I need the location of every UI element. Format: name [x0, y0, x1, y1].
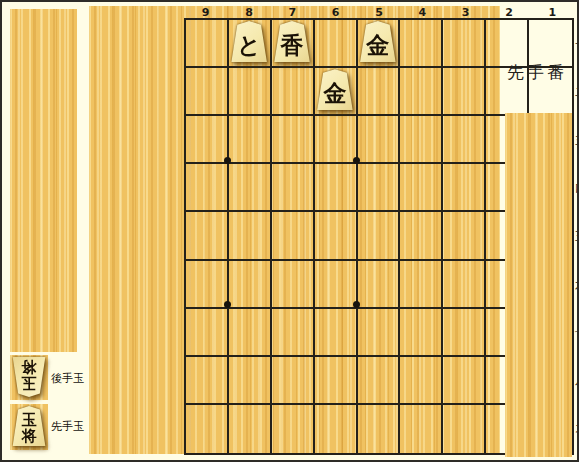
- board-cell[interactable]: [229, 357, 272, 405]
- shogi-board-editor: 987654321 一二三四五六七八九 と香金金 先手番 玉将 後手玉 玉将 先…: [0, 0, 579, 462]
- board-cell[interactable]: [443, 20, 486, 68]
- board-cell[interactable]: [229, 116, 272, 164]
- board-cell[interactable]: [272, 68, 315, 116]
- rank-label: 七: [574, 309, 579, 357]
- board-cell[interactable]: [443, 116, 486, 164]
- board-cell[interactable]: [443, 261, 486, 309]
- board-cell[interactable]: [186, 405, 229, 453]
- board-cell[interactable]: [443, 357, 486, 405]
- board-cell[interactable]: [186, 68, 229, 116]
- board-cell[interactable]: [358, 68, 401, 116]
- board-cell[interactable]: [229, 309, 272, 357]
- board-cell[interactable]: [272, 357, 315, 405]
- rank-label: 六: [574, 261, 579, 309]
- board-cell[interactable]: [315, 357, 358, 405]
- rank-label: 五: [574, 212, 579, 260]
- board-cell[interactable]: [272, 261, 315, 309]
- board-cell[interactable]: [400, 20, 443, 68]
- board-cell[interactable]: [443, 68, 486, 116]
- hoshi-dot: [224, 157, 231, 164]
- board-cell[interactable]: [229, 261, 272, 309]
- board-cell[interactable]: [443, 164, 486, 212]
- board-cell[interactable]: [400, 116, 443, 164]
- board-cell[interactable]: [400, 68, 443, 116]
- shogi-piece-gold[interactable]: 金: [316, 69, 353, 110]
- rank-labels: 一二三四五六七八九: [574, 20, 579, 453]
- board-cell[interactable]: [315, 116, 358, 164]
- board-cell[interactable]: [358, 164, 401, 212]
- board-cell[interactable]: [358, 309, 401, 357]
- board-cell[interactable]: [400, 405, 443, 453]
- board-cell[interactable]: [272, 309, 315, 357]
- board-cell[interactable]: [229, 164, 272, 212]
- gote-piece-stand: [10, 9, 77, 352]
- sente-piece-stand: [505, 113, 572, 457]
- gote-king-tray-label: 後手玉: [51, 372, 91, 385]
- rank-label: 九: [574, 405, 579, 453]
- sente-king-tray-label: 先手玉: [51, 420, 91, 433]
- board-cell[interactable]: [186, 212, 229, 260]
- board-cell[interactable]: [315, 309, 358, 357]
- board-cell[interactable]: [358, 212, 401, 260]
- shogi-piece-tokin[interactable]: と: [231, 21, 268, 62]
- board-cell[interactable]: [272, 405, 315, 453]
- shogi-piece-gote-king[interactable]: 玉将: [12, 357, 46, 397]
- board-cell[interactable]: [315, 261, 358, 309]
- board-cell[interactable]: [443, 405, 486, 453]
- board-cell[interactable]: [229, 212, 272, 260]
- board-cell[interactable]: [400, 212, 443, 260]
- board-cell[interactable]: [186, 261, 229, 309]
- board-cell[interactable]: [272, 164, 315, 212]
- board-cell[interactable]: [358, 116, 401, 164]
- rank-label: 三: [574, 116, 579, 164]
- board-cell[interactable]: [358, 357, 401, 405]
- rank-label: 一: [574, 20, 579, 68]
- rank-label: 八: [574, 357, 579, 405]
- shogi-piece-lance[interactable]: 香: [274, 21, 311, 62]
- board-cell[interactable]: [400, 309, 443, 357]
- gote-king-tray-slot[interactable]: 玉将: [10, 355, 48, 400]
- board-cell[interactable]: [315, 164, 358, 212]
- board-cell[interactable]: [315, 20, 358, 68]
- board-cell[interactable]: [186, 357, 229, 405]
- board-cell[interactable]: [400, 357, 443, 405]
- board-cell[interactable]: [358, 405, 401, 453]
- board-cell[interactable]: [229, 405, 272, 453]
- hoshi-dot: [353, 157, 360, 164]
- board-cell[interactable]: [443, 309, 486, 357]
- shogi-piece-gold[interactable]: 金: [359, 21, 396, 62]
- hoshi-dot: [353, 301, 360, 308]
- shogi-piece-sente-king[interactable]: 玉将: [12, 406, 46, 446]
- board-cell[interactable]: [315, 405, 358, 453]
- turn-indicator: 先手番: [507, 61, 567, 84]
- board-cell[interactable]: [229, 68, 272, 116]
- shogi-board-panel: 987654321 一二三四五六七八九 と香金金: [89, 6, 500, 454]
- rank-label: 二: [574, 68, 579, 116]
- board-cell[interactable]: [400, 261, 443, 309]
- rank-label: 四: [574, 164, 579, 212]
- board-cell[interactable]: [272, 212, 315, 260]
- board-cell[interactable]: [400, 164, 443, 212]
- board-cell[interactable]: [315, 212, 358, 260]
- board-cell[interactable]: [272, 116, 315, 164]
- board-cell[interactable]: [186, 164, 229, 212]
- board-cell[interactable]: [186, 20, 229, 68]
- board-cell[interactable]: [186, 116, 229, 164]
- board-cell[interactable]: [358, 261, 401, 309]
- sente-king-tray-slot[interactable]: 玉将: [10, 404, 48, 450]
- board-cell[interactable]: [186, 309, 229, 357]
- board-cell[interactable]: [443, 212, 486, 260]
